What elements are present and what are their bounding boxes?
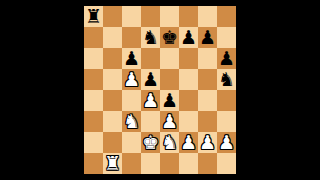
square-b7[interactable] <box>103 27 122 48</box>
square-g6[interactable] <box>198 48 217 69</box>
square-f2[interactable]: ♟ <box>179 132 198 153</box>
square-e2[interactable]: ♞ <box>160 132 179 153</box>
square-c8[interactable] <box>122 6 141 27</box>
piece-white-rook: ♜ <box>104 153 121 174</box>
square-g5[interactable] <box>198 69 217 90</box>
piece-white-knight: ♞ <box>161 132 178 153</box>
square-c1[interactable] <box>122 153 141 174</box>
square-f5[interactable] <box>179 69 198 90</box>
square-e8[interactable] <box>160 6 179 27</box>
square-c5[interactable]: ♟ <box>122 69 141 90</box>
square-d2[interactable]: ♚ <box>141 132 160 153</box>
square-a4[interactable] <box>84 90 103 111</box>
square-e6[interactable] <box>160 48 179 69</box>
square-a7[interactable] <box>84 27 103 48</box>
square-a8[interactable]: ♜ <box>84 6 103 27</box>
square-e1[interactable] <box>160 153 179 174</box>
square-d5[interactable]: ♟ <box>141 69 160 90</box>
piece-white-pawn: ♟ <box>218 132 235 153</box>
piece-white-pawn: ♟ <box>161 111 178 132</box>
square-b4[interactable] <box>103 90 122 111</box>
square-e7[interactable]: ♚ <box>160 27 179 48</box>
square-f8[interactable] <box>179 6 198 27</box>
square-e3[interactable]: ♟ <box>160 111 179 132</box>
square-g1[interactable] <box>198 153 217 174</box>
square-d7[interactable]: ♞ <box>141 27 160 48</box>
piece-white-knight: ♞ <box>123 111 140 132</box>
square-g4[interactable] <box>198 90 217 111</box>
square-f4[interactable] <box>179 90 198 111</box>
square-h4[interactable] <box>217 90 236 111</box>
square-h5[interactable]: ♞ <box>217 69 236 90</box>
chess-board: ♜♞♚♟♟♟♟♟♟♞♟♟♞♟♚♞♟♟♟♜ <box>84 6 236 174</box>
piece-black-knight: ♞ <box>218 69 235 90</box>
square-d3[interactable] <box>141 111 160 132</box>
square-h6[interactable]: ♟ <box>217 48 236 69</box>
square-b5[interactable] <box>103 69 122 90</box>
square-g7[interactable]: ♟ <box>198 27 217 48</box>
square-a6[interactable] <box>84 48 103 69</box>
square-a3[interactable] <box>84 111 103 132</box>
square-e4[interactable]: ♟ <box>160 90 179 111</box>
square-c6[interactable]: ♟ <box>122 48 141 69</box>
square-a5[interactable] <box>84 69 103 90</box>
piece-white-pawn: ♟ <box>180 132 197 153</box>
square-f7[interactable]: ♟ <box>179 27 198 48</box>
square-c7[interactable] <box>122 27 141 48</box>
piece-white-pawn: ♟ <box>142 90 159 111</box>
square-b3[interactable] <box>103 111 122 132</box>
square-a1[interactable] <box>84 153 103 174</box>
square-f1[interactable] <box>179 153 198 174</box>
square-g3[interactable] <box>198 111 217 132</box>
square-d6[interactable] <box>141 48 160 69</box>
square-e5[interactable] <box>160 69 179 90</box>
square-d8[interactable] <box>141 6 160 27</box>
square-g8[interactable] <box>198 6 217 27</box>
piece-black-pawn: ♟ <box>218 48 235 69</box>
piece-white-pawn: ♟ <box>199 132 216 153</box>
square-f6[interactable] <box>179 48 198 69</box>
piece-black-pawn: ♟ <box>161 90 178 111</box>
piece-white-king: ♚ <box>142 132 159 153</box>
square-f3[interactable] <box>179 111 198 132</box>
piece-black-king: ♚ <box>161 27 178 48</box>
square-h1[interactable] <box>217 153 236 174</box>
square-b6[interactable] <box>103 48 122 69</box>
piece-black-pawn: ♟ <box>180 27 197 48</box>
square-g2[interactable]: ♟ <box>198 132 217 153</box>
piece-black-rook: ♜ <box>85 6 102 27</box>
square-d4[interactable]: ♟ <box>141 90 160 111</box>
video-frame: ♜♞♚♟♟♟♟♟♟♞♟♟♞♟♚♞♟♟♟♜ <box>0 0 320 180</box>
piece-black-pawn: ♟ <box>123 48 140 69</box>
square-c4[interactable] <box>122 90 141 111</box>
square-h7[interactable] <box>217 27 236 48</box>
square-c2[interactable] <box>122 132 141 153</box>
piece-black-pawn: ♟ <box>199 27 216 48</box>
square-h3[interactable] <box>217 111 236 132</box>
piece-black-knight: ♞ <box>142 27 159 48</box>
piece-black-pawn: ♟ <box>142 69 159 90</box>
square-h2[interactable]: ♟ <box>217 132 236 153</box>
square-b2[interactable] <box>103 132 122 153</box>
square-d1[interactable] <box>141 153 160 174</box>
square-a2[interactable] <box>84 132 103 153</box>
square-b1[interactable]: ♜ <box>103 153 122 174</box>
piece-white-pawn: ♟ <box>123 69 140 90</box>
square-b8[interactable] <box>103 6 122 27</box>
square-c3[interactable]: ♞ <box>122 111 141 132</box>
square-h8[interactable] <box>217 6 236 27</box>
